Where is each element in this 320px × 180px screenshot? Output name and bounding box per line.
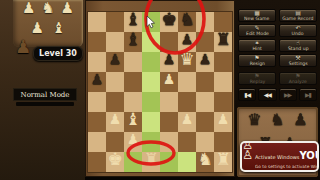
black-pawn-g6[interactable]: ♟ bbox=[199, 51, 212, 68]
replay-button[interactable]: ⚑ Replay bbox=[238, 72, 276, 85]
square-g1[interactable]: ♞ bbox=[196, 152, 214, 172]
overlay-you-text: YOU bbox=[299, 150, 319, 161]
square-g6[interactable]: ♟ bbox=[196, 52, 214, 72]
square-e1[interactable] bbox=[160, 152, 178, 172]
square-h1[interactable]: ♜ bbox=[214, 152, 232, 172]
black-knight-f8[interactable]: ♞ bbox=[179, 11, 194, 28]
playback-controls: ▮◀◀◀▶▶▶▮ bbox=[238, 88, 317, 101]
square-a4[interactable] bbox=[88, 92, 106, 112]
captured-black-knight: ♞ bbox=[270, 109, 284, 131]
square-d1[interactable]: ♜ bbox=[142, 152, 160, 172]
square-a7[interactable] bbox=[88, 32, 106, 52]
activate-windows-overlay: ♙♙ Activate WindowsYOU Go to settings to… bbox=[240, 141, 319, 172]
mode-badge: Normal Mode bbox=[13, 88, 77, 101]
square-c1[interactable] bbox=[124, 152, 142, 172]
white-pawn-f3[interactable]: ♟ bbox=[181, 111, 194, 128]
settings-button[interactable]: ⚒ Settings bbox=[279, 54, 317, 67]
white-king-b1[interactable]: ♚ bbox=[107, 151, 122, 168]
square-h3[interactable]: ♟ bbox=[214, 112, 232, 132]
analyze-button[interactable]: ⚑ Analyze bbox=[279, 72, 317, 85]
square-f3[interactable]: ♟ bbox=[178, 112, 196, 132]
square-c7[interactable]: ♝ bbox=[124, 32, 142, 52]
black-pawn-e6[interactable]: ♟ bbox=[163, 51, 176, 68]
white-pawn-c2[interactable]: ♟ bbox=[127, 131, 140, 148]
square-d8[interactable] bbox=[142, 12, 160, 32]
square-c6[interactable] bbox=[124, 52, 142, 72]
board-frame: ♝♚♞♝♟♜♟♟♛♟♟♟♟♝♟♟♟♚♜♞♜ bbox=[85, 0, 235, 177]
square-d3[interactable] bbox=[142, 112, 160, 132]
square-b8[interactable] bbox=[106, 12, 124, 32]
white-pawn-e5[interactable]: ♟ bbox=[163, 71, 176, 88]
captured-white-row-2: ♟♝ bbox=[13, 18, 83, 38]
captured-white-pawn: ♟ bbox=[61, 0, 74, 18]
square-e4[interactable] bbox=[160, 92, 178, 112]
square-b5[interactable] bbox=[106, 72, 124, 92]
captured-white-knight: ♞ bbox=[41, 0, 54, 18]
overlay-text: Activate WindowsYOU Go to settings to ac… bbox=[255, 144, 319, 169]
white-rook-d1[interactable]: ♜ bbox=[143, 151, 158, 168]
board-grid[interactable]: ♝♚♞♝♟♜♟♟♛♟♟♟♟♝♟♟♟♚♜♞♜ bbox=[88, 12, 232, 172]
mode-badge-shadow bbox=[16, 102, 74, 106]
playback-next-button[interactable]: ▶▶ bbox=[279, 88, 297, 101]
black-bishop-c8[interactable]: ♝ bbox=[125, 11, 140, 28]
square-c3[interactable]: ♝ bbox=[124, 112, 142, 132]
square-g3[interactable] bbox=[196, 112, 214, 132]
menu-button-grid: ▦ New Game▤ Game Record✎ Edit Mode↶ Undo… bbox=[238, 9, 317, 67]
square-a3[interactable] bbox=[88, 112, 106, 132]
undo-button[interactable]: ↶ Undo bbox=[279, 24, 317, 37]
square-b7[interactable] bbox=[106, 32, 124, 52]
square-f6[interactable]: ♛ bbox=[178, 52, 196, 72]
square-c2[interactable]: ♟ bbox=[124, 132, 142, 152]
captured-white-pawn: ♟ bbox=[22, 0, 35, 18]
square-g4[interactable] bbox=[196, 92, 214, 112]
square-e6[interactable]: ♟ bbox=[160, 52, 178, 72]
square-d7[interactable] bbox=[142, 32, 160, 52]
white-pawn-b3[interactable]: ♟ bbox=[109, 111, 122, 128]
square-e3[interactable] bbox=[160, 112, 178, 132]
playback-first-button[interactable]: ▮◀ bbox=[238, 88, 256, 101]
white-rook-h1[interactable]: ♜ bbox=[215, 151, 230, 168]
square-f1[interactable] bbox=[178, 152, 196, 172]
square-g5[interactable] bbox=[196, 72, 214, 92]
black-rook-h7[interactable]: ♜ bbox=[215, 31, 230, 48]
white-bishop-c3[interactable]: ♝ bbox=[125, 111, 140, 128]
square-c5[interactable] bbox=[124, 72, 142, 92]
activate-windows-text: Activate Windows bbox=[255, 154, 299, 160]
square-h4[interactable] bbox=[214, 92, 232, 112]
square-b1[interactable]: ♚ bbox=[106, 152, 124, 172]
square-a6[interactable] bbox=[88, 52, 106, 72]
black-king-e8[interactable]: ♚ bbox=[161, 11, 176, 28]
overlay-pawn-stack-icon: ♙♙ bbox=[242, 141, 256, 160]
square-f8[interactable]: ♞ bbox=[178, 12, 196, 32]
square-g7[interactable] bbox=[196, 32, 214, 52]
stand-up-button[interactable]: ☝ Stand up bbox=[279, 39, 317, 52]
left-panel: ♟♞♟ ♟♝ ♟ Level 30 Normal Mode bbox=[0, 0, 85, 180]
square-h6[interactable] bbox=[214, 52, 232, 72]
black-bishop-c7[interactable]: ♝ bbox=[125, 31, 140, 48]
new-game-button[interactable]: ▦ New Game bbox=[238, 9, 276, 22]
captured-black-pawn: ♟ bbox=[293, 109, 307, 131]
activate-windows-subtext: Go to settings to activate Windows. bbox=[255, 164, 316, 169]
square-e8[interactable]: ♚ bbox=[160, 12, 178, 32]
square-g8[interactable] bbox=[196, 12, 214, 32]
edit-mode-button[interactable]: ✎ Edit Mode bbox=[238, 24, 276, 37]
square-b3[interactable]: ♟ bbox=[106, 112, 124, 132]
square-f2[interactable] bbox=[178, 132, 196, 152]
square-f4[interactable] bbox=[178, 92, 196, 112]
game-record-button[interactable]: ▤ Game Record bbox=[279, 9, 317, 22]
level-badge: Level 30 bbox=[33, 46, 83, 61]
playback-prev-button[interactable]: ◀◀ bbox=[258, 88, 276, 101]
square-e7[interactable] bbox=[160, 32, 178, 52]
white-queen-f6[interactable]: ♛ bbox=[179, 51, 194, 68]
captured-black-queen: ♛ bbox=[247, 109, 261, 131]
hint-button[interactable]: ✶ Hint bbox=[238, 39, 276, 52]
square-h5[interactable] bbox=[214, 72, 232, 92]
black-pawn-f7[interactable]: ♟ bbox=[181, 31, 194, 48]
square-a1[interactable] bbox=[88, 152, 106, 172]
captured-black-row-1: ♛♞♟ bbox=[237, 109, 318, 131]
app-window: ♟♞♟ ♟♝ ♟ Level 30 Normal Mode ♝♚♞♝♟♜♟♟♛♟… bbox=[0, 0, 320, 180]
square-e2[interactable] bbox=[160, 132, 178, 152]
captured-white-bishop: ♝ bbox=[52, 18, 65, 38]
square-b6[interactable]: ♟ bbox=[106, 52, 124, 72]
white-knight-g1[interactable]: ♞ bbox=[197, 151, 212, 168]
black-pawn-b6[interactable]: ♟ bbox=[109, 51, 122, 68]
square-d6[interactable] bbox=[142, 52, 160, 72]
square-a8[interactable] bbox=[88, 12, 106, 32]
captured-white-pawn: ♟ bbox=[31, 18, 44, 38]
square-a2[interactable] bbox=[88, 132, 106, 152]
black-pawn-a5[interactable]: ♟ bbox=[91, 71, 104, 88]
square-b4[interactable] bbox=[106, 92, 124, 112]
white-pawn-h3[interactable]: ♟ bbox=[217, 111, 230, 128]
playback-last-button[interactable]: ▶▮ bbox=[299, 88, 317, 101]
captured-white-row-1: ♟♞♟ bbox=[13, 0, 83, 18]
square-d4[interactable] bbox=[142, 92, 160, 112]
tray-stand-pawn-icon: ♟ bbox=[15, 36, 31, 57]
square-h7[interactable]: ♜ bbox=[214, 32, 232, 52]
dim-button-row: ⚑ Replay⚑ Analyze bbox=[238, 72, 317, 85]
square-f5[interactable] bbox=[178, 72, 196, 92]
resign-button[interactable]: ⚑ Resign bbox=[238, 54, 276, 67]
square-d5[interactable] bbox=[142, 72, 160, 92]
square-e5[interactable]: ♟ bbox=[160, 72, 178, 92]
square-a5[interactable]: ♟ bbox=[88, 72, 106, 92]
right-panel: ▦ New Game▤ Game Record✎ Edit Mode↶ Undo… bbox=[235, 0, 320, 180]
